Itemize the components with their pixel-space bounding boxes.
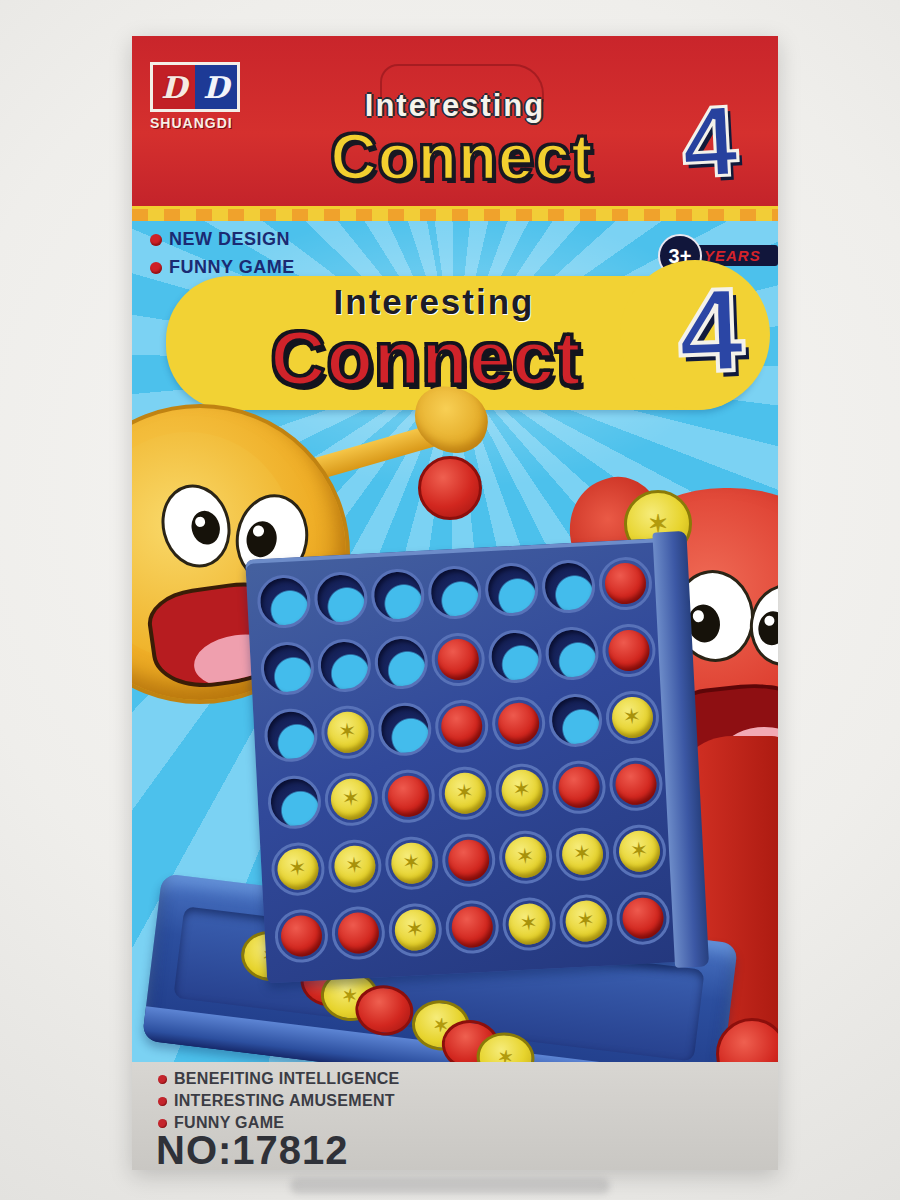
board-cell-r5c2: ✶ [325,831,384,900]
board-cell-r2c6 [542,619,601,688]
yellow-coin: ✶ [558,893,614,949]
game-box: D D SHUANGDI Interesting Connect 4 NEW D… [132,36,778,1170]
empty-hole [483,561,539,617]
yellow-coin: ✶ [494,762,550,818]
empty-hole [487,628,543,684]
bullet-icon [158,1075,167,1084]
bottom-feature-list: BENEFITING INTELLIGENCE INTERESTING AMUS… [158,1070,400,1136]
empty-hole [373,634,429,690]
red-disc [430,631,486,687]
empty-hole [369,567,425,623]
connect-four-board: ✶✶✶✶✶✶✶✶✶✶✶✶✶✶ [245,537,713,984]
bullet-icon [158,1119,167,1128]
board-cell-r5c4 [439,825,498,894]
cut-off-caption [290,1178,610,1194]
board-cell-r5c6: ✶ [552,819,611,888]
empty-hole [540,558,596,614]
board-cell-r3c6 [545,685,604,754]
empty-hole [544,625,600,681]
red-disc [601,622,657,678]
yellow-coin: ✶ [497,829,553,885]
bullet-icon [158,1097,167,1106]
yellow-coin: ✶ [270,841,326,897]
red-disc [330,905,386,961]
board-cell-r4c2: ✶ [321,764,380,833]
red-disc-held-by-coin-character [418,456,482,520]
board-cell-r6c4 [442,892,501,961]
feature-label: NEW DESIGN [169,229,290,250]
board-cell-r1c7 [595,549,654,618]
yellow-coin: ✶ [383,835,439,891]
red-disc [380,768,436,824]
board-cell-r1c3 [368,561,427,630]
front-title-number: 4 [676,261,746,399]
empty-hole [259,640,315,696]
flap-title: Connect [242,120,682,194]
board-cell-r1c5 [481,555,540,624]
red-disc [615,890,671,946]
board-cell-r2c5 [485,622,544,691]
list-item: NEW DESIGN [150,229,295,250]
empty-hole [263,707,319,763]
board-grid: ✶✶✶✶✶✶✶✶✶✶✶✶✶✶ [254,549,672,970]
feature-label: BENEFITING INTELLIGENCE [174,1070,400,1088]
list-item: FUNNY GAME [150,257,295,278]
empty-hole [547,692,603,748]
board-cell-r1c4 [424,558,483,627]
board-cell-r5c7: ✶ [609,816,668,885]
red-disc [551,759,607,815]
empty-hole [256,573,312,629]
board-cell-r6c6: ✶ [556,886,615,955]
yellow-coin: ✶ [319,704,375,760]
board-cell-r6c3: ✶ [385,895,444,964]
yellow-coin: ✶ [387,902,443,958]
yellow-coin: ✶ [611,823,667,879]
board-cell-r6c2 [328,898,387,967]
board-cell-r1c2 [311,564,370,633]
red-disc [273,908,329,964]
red-disc [433,698,489,754]
board-cell-r5c3: ✶ [382,828,441,897]
yellow-coin: ✶ [604,689,660,745]
list-item: BENEFITING INTELLIGENCE [158,1070,400,1088]
board-cell-r3c4 [432,691,491,760]
empty-hole [266,774,322,830]
front-title: Connect [176,314,676,401]
board-cell-r3c5 [488,688,547,757]
red-disc [444,899,500,955]
bullet-icon [150,262,162,274]
board-cell-r6c1 [271,901,330,970]
model-number: NO:17812 [156,1128,349,1170]
product-photo: D D SHUANGDI Interesting Connect 4 NEW D… [0,0,900,1200]
board-cell-r2c4 [428,625,487,694]
board-cell-r2c3 [371,628,430,697]
board-cell-r5c5: ✶ [495,822,554,891]
board-cell-r4c5: ✶ [492,755,551,824]
flap-title-number: 4 [679,83,741,201]
yellow-coin: ✶ [437,765,493,821]
yellow-coin: ✶ [323,771,379,827]
empty-hole [312,570,368,626]
red-disc [490,695,546,751]
board-cell-r4c7 [606,749,665,818]
board-cell-r1c1 [254,567,313,636]
empty-hole [426,564,482,620]
red-disc [597,555,653,611]
board-cell-r2c2 [314,631,373,700]
yellow-coin: ✶ [501,896,557,952]
board-cell-r5c1: ✶ [268,834,327,903]
board-cell-r3c1 [261,700,320,769]
yellow-coin: ✶ [554,826,610,882]
box-top-flap: D D SHUANGDI Interesting Connect 4 [132,36,778,213]
board-cell-r4c6 [549,752,608,821]
board-cell-r6c5: ✶ [499,889,558,958]
board-cell-r2c7 [599,616,658,685]
empty-hole [376,701,432,757]
scallop-trim [132,206,778,221]
red-disc [608,756,664,812]
board-cell-r2c1 [257,634,316,703]
board-cell-r3c7: ✶ [602,683,661,752]
bullet-icon [150,234,162,246]
board-cell-r3c2: ✶ [318,697,377,766]
empty-hole [316,637,372,693]
bottom-info-strip: BENEFITING INTELLIGENCE INTERESTING AMUS… [132,1062,778,1170]
board-cell-r1c6 [538,552,597,621]
board-cell-r4c1 [264,767,323,836]
board-cell-r4c3 [378,761,437,830]
yellow-coin: ✶ [327,838,383,894]
red-character-right-eye [745,580,778,671]
feature-label: INTERESTING AMUSEMENT [174,1092,395,1110]
red-disc [440,832,496,888]
board-cell-r3c3 [375,694,434,763]
board-cell-r6c7 [613,883,672,952]
list-item: INTERESTING AMUSEMENT [158,1092,400,1110]
board-cell-r4c4: ✶ [435,758,494,827]
feature-label: FUNNY GAME [169,257,295,278]
